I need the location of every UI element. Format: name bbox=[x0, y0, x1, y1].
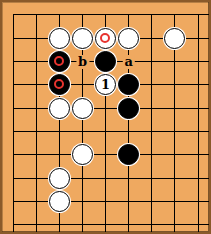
intersection bbox=[94, 120, 117, 143]
intersection bbox=[94, 50, 117, 73]
intersection bbox=[186, 73, 209, 96]
intersection bbox=[186, 143, 209, 166]
point-label-b: b bbox=[76, 55, 89, 69]
intersection bbox=[140, 27, 163, 50]
intersection bbox=[48, 73, 71, 96]
intersection bbox=[163, 120, 186, 143]
intersection bbox=[94, 166, 117, 189]
go-board: ba1 bbox=[0, 0, 211, 234]
intersection bbox=[2, 166, 25, 189]
intersection bbox=[2, 120, 25, 143]
intersection bbox=[94, 213, 117, 234]
white-stone bbox=[164, 28, 185, 49]
intersection bbox=[25, 120, 48, 143]
white-stone bbox=[49, 98, 70, 119]
intersection bbox=[71, 213, 94, 234]
white-stone bbox=[49, 191, 70, 212]
intersection bbox=[140, 50, 163, 73]
intersection bbox=[163, 166, 186, 189]
intersection bbox=[2, 27, 25, 50]
black-stone bbox=[95, 51, 116, 72]
intersection bbox=[2, 73, 25, 96]
intersection bbox=[140, 96, 163, 119]
intersection bbox=[117, 213, 140, 234]
intersection bbox=[163, 96, 186, 119]
intersection bbox=[186, 3, 209, 26]
intersection: 1 bbox=[94, 73, 117, 96]
intersection bbox=[186, 120, 209, 143]
intersection bbox=[71, 190, 94, 213]
intersection bbox=[140, 3, 163, 26]
white-stone: 1 bbox=[95, 74, 116, 95]
circle-marker bbox=[54, 56, 64, 66]
white-stone bbox=[72, 144, 93, 165]
intersection bbox=[186, 27, 209, 50]
intersection bbox=[140, 213, 163, 234]
intersection bbox=[2, 143, 25, 166]
intersection bbox=[2, 213, 25, 234]
intersection bbox=[71, 73, 94, 96]
intersection bbox=[163, 27, 186, 50]
intersection bbox=[25, 190, 48, 213]
circle-marker bbox=[54, 79, 64, 89]
intersection bbox=[163, 3, 186, 26]
intersection bbox=[48, 143, 71, 166]
intersection bbox=[48, 3, 71, 26]
intersection bbox=[71, 27, 94, 50]
intersection bbox=[117, 190, 140, 213]
intersection bbox=[163, 73, 186, 96]
black-stone bbox=[49, 51, 70, 72]
intersection bbox=[25, 50, 48, 73]
intersection bbox=[94, 27, 117, 50]
intersection bbox=[2, 50, 25, 73]
intersection bbox=[71, 166, 94, 189]
black-stone bbox=[118, 74, 139, 95]
intersection bbox=[71, 96, 94, 119]
intersection bbox=[2, 96, 25, 119]
intersection bbox=[25, 73, 48, 96]
black-stone bbox=[118, 144, 139, 165]
intersection bbox=[25, 166, 48, 189]
intersection bbox=[48, 50, 71, 73]
intersection bbox=[94, 143, 117, 166]
intersection bbox=[71, 3, 94, 26]
intersection bbox=[25, 96, 48, 119]
intersection bbox=[2, 3, 25, 26]
intersection bbox=[186, 166, 209, 189]
intersection bbox=[163, 50, 186, 73]
intersection bbox=[94, 96, 117, 119]
move-number: 1 bbox=[96, 75, 115, 94]
intersection bbox=[186, 213, 209, 234]
intersection: a bbox=[117, 50, 140, 73]
point-label-a: a bbox=[123, 55, 135, 69]
intersection bbox=[48, 27, 71, 50]
intersection bbox=[25, 143, 48, 166]
intersection bbox=[48, 190, 71, 213]
white-stone bbox=[49, 28, 70, 49]
intersection bbox=[186, 96, 209, 119]
intersection bbox=[186, 50, 209, 73]
intersection bbox=[94, 3, 117, 26]
intersection bbox=[163, 213, 186, 234]
intersection bbox=[140, 166, 163, 189]
intersection bbox=[48, 120, 71, 143]
white-stone bbox=[95, 28, 116, 49]
intersection bbox=[117, 96, 140, 119]
black-stone bbox=[49, 74, 70, 95]
white-stone bbox=[72, 98, 93, 119]
intersection bbox=[25, 27, 48, 50]
intersection bbox=[48, 166, 71, 189]
intersection bbox=[140, 190, 163, 213]
intersection bbox=[117, 73, 140, 96]
intersection bbox=[25, 3, 48, 26]
intersection bbox=[163, 143, 186, 166]
intersection: b bbox=[71, 50, 94, 73]
intersection bbox=[186, 190, 209, 213]
intersection bbox=[48, 213, 71, 234]
intersection bbox=[25, 213, 48, 234]
intersection bbox=[117, 166, 140, 189]
white-stone bbox=[72, 28, 93, 49]
black-stone bbox=[118, 98, 139, 119]
white-stone bbox=[118, 28, 139, 49]
intersection bbox=[48, 96, 71, 119]
intersection bbox=[117, 27, 140, 50]
intersection bbox=[71, 120, 94, 143]
intersection bbox=[140, 120, 163, 143]
intersection bbox=[140, 73, 163, 96]
white-stone bbox=[49, 168, 70, 189]
intersection bbox=[94, 190, 117, 213]
intersection bbox=[71, 143, 94, 166]
circle-marker bbox=[100, 33, 110, 43]
intersection bbox=[117, 120, 140, 143]
intersection bbox=[117, 143, 140, 166]
intersection bbox=[163, 190, 186, 213]
intersection bbox=[117, 3, 140, 26]
intersection bbox=[140, 143, 163, 166]
go-grid: ba1 bbox=[2, 3, 210, 234]
intersection bbox=[2, 190, 25, 213]
